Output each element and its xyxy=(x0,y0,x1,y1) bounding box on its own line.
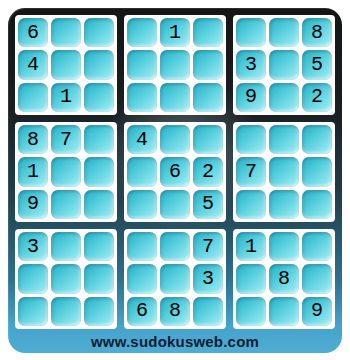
cell-r1c7[interactable] xyxy=(236,18,266,47)
cell-r6c5[interactable] xyxy=(160,190,190,219)
sudoku-box-3-3: 189 xyxy=(233,229,335,329)
cell-r8c8[interactable]: 8 xyxy=(269,264,299,293)
cell-r5c4[interactable] xyxy=(127,157,157,186)
cell-r7c8[interactable] xyxy=(269,232,299,261)
cell-r1c9[interactable]: 8 xyxy=(302,18,332,47)
sudoku-box-1-1: 641 xyxy=(15,15,117,115)
sudoku-box-1-3: 83592 xyxy=(233,15,335,115)
cell-r6c3[interactable] xyxy=(84,190,114,219)
cell-r9c8[interactable] xyxy=(269,297,299,326)
cell-r6c7[interactable] xyxy=(236,190,266,219)
cell-r2c5[interactable] xyxy=(160,50,190,79)
cell-r1c4[interactable] xyxy=(127,18,157,47)
cell-r5c5[interactable]: 6 xyxy=(160,157,190,186)
cell-r1c6[interactable] xyxy=(193,18,223,47)
cell-r6c2[interactable] xyxy=(51,190,81,219)
cell-r2c9[interactable]: 5 xyxy=(302,50,332,79)
cell-r2c1[interactable]: 4 xyxy=(18,50,48,79)
cell-r1c5[interactable]: 1 xyxy=(160,18,190,47)
cell-r5c6[interactable]: 2 xyxy=(193,157,223,186)
cell-r3c7[interactable]: 9 xyxy=(236,83,266,112)
sudoku-box-2-3: 7 xyxy=(233,122,335,222)
cell-r6c6[interactable]: 5 xyxy=(193,190,223,219)
cell-r3c8[interactable] xyxy=(269,83,299,112)
cell-r8c9[interactable] xyxy=(302,264,332,293)
cell-r4c3[interactable] xyxy=(84,125,114,154)
cell-r4c6[interactable] xyxy=(193,125,223,154)
cell-r3c4[interactable] xyxy=(127,83,157,112)
cell-r3c1[interactable] xyxy=(18,83,48,112)
cell-r7c3[interactable] xyxy=(84,232,114,261)
page: 64118359287194625737368189 www.sudokuswe… xyxy=(0,0,350,360)
cell-r5c3[interactable] xyxy=(84,157,114,186)
cell-r1c1[interactable]: 6 xyxy=(18,18,48,47)
cell-r8c6[interactable]: 3 xyxy=(193,264,223,293)
sudoku-board: 64118359287194625737368189 xyxy=(15,15,335,329)
website-url[interactable]: www.sudokusweb.com xyxy=(91,333,259,350)
cell-r2c8[interactable] xyxy=(269,50,299,79)
cell-r8c3[interactable] xyxy=(84,264,114,293)
cell-r3c9[interactable]: 2 xyxy=(302,83,332,112)
cell-r8c5[interactable] xyxy=(160,264,190,293)
sudoku-box-2-2: 4625 xyxy=(124,122,226,222)
cell-r3c2[interactable]: 1 xyxy=(51,83,81,112)
cell-r9c9[interactable]: 9 xyxy=(302,297,332,326)
cell-r5c7[interactable]: 7 xyxy=(236,157,266,186)
sudoku-box-3-1: 3 xyxy=(15,229,117,329)
cell-r7c1[interactable]: 3 xyxy=(18,232,48,261)
cell-r3c3[interactable] xyxy=(84,83,114,112)
cell-r2c6[interactable] xyxy=(193,50,223,79)
cell-r4c9[interactable] xyxy=(302,125,332,154)
cell-r9c5[interactable]: 8 xyxy=(160,297,190,326)
cell-r9c7[interactable] xyxy=(236,297,266,326)
cell-r5c8[interactable] xyxy=(269,157,299,186)
sudoku-box-1-2: 1 xyxy=(124,15,226,115)
cell-r9c3[interactable] xyxy=(84,297,114,326)
cell-r2c7[interactable]: 3 xyxy=(236,50,266,79)
cell-r8c7[interactable] xyxy=(236,264,266,293)
cell-r4c8[interactable] xyxy=(269,125,299,154)
cell-r6c1[interactable]: 9 xyxy=(18,190,48,219)
cell-r5c9[interactable] xyxy=(302,157,332,186)
cell-r4c5[interactable] xyxy=(160,125,190,154)
cell-r4c2[interactable]: 7 xyxy=(51,125,81,154)
cell-r4c1[interactable]: 8 xyxy=(18,125,48,154)
cell-r5c1[interactable]: 1 xyxy=(18,157,48,186)
cell-r7c4[interactable] xyxy=(127,232,157,261)
cell-r5c2[interactable] xyxy=(51,157,81,186)
sudoku-box-3-2: 7368 xyxy=(124,229,226,329)
sudoku-box-2-1: 8719 xyxy=(15,122,117,222)
footer-bar: www.sudokusweb.com xyxy=(15,329,335,353)
board-frame: 64118359287194625737368189 www.sudokuswe… xyxy=(8,8,342,353)
cell-r2c4[interactable] xyxy=(127,50,157,79)
cell-r9c2[interactable] xyxy=(51,297,81,326)
cell-r1c2[interactable] xyxy=(51,18,81,47)
cell-r7c6[interactable]: 7 xyxy=(193,232,223,261)
cell-r1c8[interactable] xyxy=(269,18,299,47)
cell-r7c7[interactable]: 1 xyxy=(236,232,266,261)
cell-r4c4[interactable]: 4 xyxy=(127,125,157,154)
cell-r8c1[interactable] xyxy=(18,264,48,293)
cell-r4c7[interactable] xyxy=(236,125,266,154)
cell-r6c9[interactable] xyxy=(302,190,332,219)
cell-r2c2[interactable] xyxy=(51,50,81,79)
cell-r7c2[interactable] xyxy=(51,232,81,261)
cell-r3c6[interactable] xyxy=(193,83,223,112)
cell-r2c3[interactable] xyxy=(84,50,114,79)
cell-r8c4[interactable] xyxy=(127,264,157,293)
cell-r8c2[interactable] xyxy=(51,264,81,293)
cell-r6c8[interactable] xyxy=(269,190,299,219)
cell-r6c4[interactable] xyxy=(127,190,157,219)
cell-r1c3[interactable] xyxy=(84,18,114,47)
cell-r9c4[interactable]: 6 xyxy=(127,297,157,326)
cell-r3c5[interactable] xyxy=(160,83,190,112)
cell-r7c9[interactable] xyxy=(302,232,332,261)
cell-r7c5[interactable] xyxy=(160,232,190,261)
cell-r9c1[interactable] xyxy=(18,297,48,326)
cell-r9c6[interactable] xyxy=(193,297,223,326)
